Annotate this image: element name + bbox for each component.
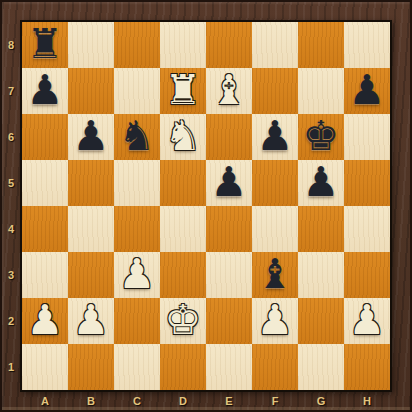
piece-black-king: ♚	[303, 113, 340, 159]
square-a2[interactable]: ♟	[22, 298, 68, 344]
rank-label-3: 3	[2, 252, 20, 298]
square-b8[interactable]	[68, 22, 114, 68]
square-a5[interactable]	[22, 160, 68, 206]
square-f7[interactable]	[252, 68, 298, 114]
square-f1[interactable]	[252, 344, 298, 390]
square-b7[interactable]	[68, 68, 114, 114]
piece-white-bishop: ♝	[211, 67, 248, 113]
square-f6[interactable]: ♟	[252, 114, 298, 160]
rank-label-5: 5	[2, 160, 20, 206]
square-c6[interactable]: ♞	[114, 114, 160, 160]
piece-white-pawn: ♟	[73, 297, 110, 343]
square-b2[interactable]: ♟	[68, 298, 114, 344]
file-label-h: H	[344, 391, 390, 411]
chess-board: ♜♟♜♝♟♟♞♞♟♚♟♟♟♝♟♟♚♟♟	[20, 20, 392, 392]
piece-white-rook: ♜	[165, 67, 202, 113]
square-g7[interactable]	[298, 68, 344, 114]
piece-black-rook: ♜	[27, 21, 64, 67]
file-label-d: D	[160, 391, 206, 411]
square-g6[interactable]: ♚	[298, 114, 344, 160]
square-h8[interactable]	[344, 22, 390, 68]
rank-label-2: 2	[2, 298, 20, 344]
square-a6[interactable]	[22, 114, 68, 160]
square-e3[interactable]	[206, 252, 252, 298]
file-label-a: A	[22, 391, 68, 411]
square-d2[interactable]: ♚	[160, 298, 206, 344]
square-e5[interactable]: ♟	[206, 160, 252, 206]
square-g5[interactable]: ♟	[298, 160, 344, 206]
square-g4[interactable]	[298, 206, 344, 252]
square-b1[interactable]	[68, 344, 114, 390]
square-b3[interactable]	[68, 252, 114, 298]
square-c2[interactable]	[114, 298, 160, 344]
square-d7[interactable]: ♜	[160, 68, 206, 114]
square-c3[interactable]: ♟	[114, 252, 160, 298]
square-b4[interactable]	[68, 206, 114, 252]
square-h6[interactable]	[344, 114, 390, 160]
square-a4[interactable]	[22, 206, 68, 252]
square-e8[interactable]	[206, 22, 252, 68]
piece-black-pawn: ♟	[349, 67, 386, 113]
square-e6[interactable]	[206, 114, 252, 160]
square-c4[interactable]	[114, 206, 160, 252]
square-d1[interactable]	[160, 344, 206, 390]
square-h5[interactable]	[344, 160, 390, 206]
piece-white-king: ♚	[165, 297, 202, 343]
piece-black-pawn: ♟	[257, 113, 294, 159]
square-g3[interactable]	[298, 252, 344, 298]
file-label-b: B	[68, 391, 114, 411]
square-h3[interactable]	[344, 252, 390, 298]
piece-black-pawn: ♟	[27, 67, 64, 113]
piece-black-pawn: ♟	[73, 113, 110, 159]
square-h2[interactable]: ♟	[344, 298, 390, 344]
square-b5[interactable]	[68, 160, 114, 206]
square-a8[interactable]: ♜	[22, 22, 68, 68]
square-g8[interactable]	[298, 22, 344, 68]
square-d8[interactable]	[160, 22, 206, 68]
square-c1[interactable]	[114, 344, 160, 390]
square-a7[interactable]: ♟	[22, 68, 68, 114]
file-label-g: G	[298, 391, 344, 411]
square-f3[interactable]: ♝	[252, 252, 298, 298]
square-h4[interactable]	[344, 206, 390, 252]
rank-label-8: 8	[2, 22, 20, 68]
square-b6[interactable]: ♟	[68, 114, 114, 160]
piece-white-pawn: ♟	[27, 297, 64, 343]
piece-white-knight: ♞	[165, 113, 202, 159]
piece-black-knight: ♞	[119, 113, 156, 159]
piece-black-pawn: ♟	[211, 159, 248, 205]
piece-black-pawn: ♟	[303, 159, 340, 205]
square-g2[interactable]	[298, 298, 344, 344]
square-f5[interactable]	[252, 160, 298, 206]
square-a3[interactable]	[22, 252, 68, 298]
square-d4[interactable]	[160, 206, 206, 252]
piece-black-bishop: ♝	[257, 251, 294, 297]
piece-white-pawn: ♟	[119, 251, 156, 297]
piece-white-pawn: ♟	[349, 297, 386, 343]
square-e4[interactable]	[206, 206, 252, 252]
file-label-e: E	[206, 391, 252, 411]
square-f8[interactable]	[252, 22, 298, 68]
file-label-c: C	[114, 391, 160, 411]
square-c7[interactable]	[114, 68, 160, 114]
square-f2[interactable]: ♟	[252, 298, 298, 344]
chessboard-frame: ♜♟♜♝♟♟♞♞♟♚♟♟♟♝♟♟♚♟♟ 87654321ABCDEFGH	[0, 0, 412, 412]
square-e2[interactable]	[206, 298, 252, 344]
rank-label-6: 6	[2, 114, 20, 160]
square-g1[interactable]	[298, 344, 344, 390]
square-d3[interactable]	[160, 252, 206, 298]
rank-label-1: 1	[2, 344, 20, 390]
file-label-f: F	[252, 391, 298, 411]
rank-label-4: 4	[2, 206, 20, 252]
square-c8[interactable]	[114, 22, 160, 68]
square-e7[interactable]: ♝	[206, 68, 252, 114]
square-f4[interactable]	[252, 206, 298, 252]
square-h7[interactable]: ♟	[344, 68, 390, 114]
square-h1[interactable]	[344, 344, 390, 390]
square-d5[interactable]	[160, 160, 206, 206]
square-d6[interactable]: ♞	[160, 114, 206, 160]
square-a1[interactable]	[22, 344, 68, 390]
rank-label-7: 7	[2, 68, 20, 114]
square-e1[interactable]	[206, 344, 252, 390]
piece-white-pawn: ♟	[257, 297, 294, 343]
square-c5[interactable]	[114, 160, 160, 206]
